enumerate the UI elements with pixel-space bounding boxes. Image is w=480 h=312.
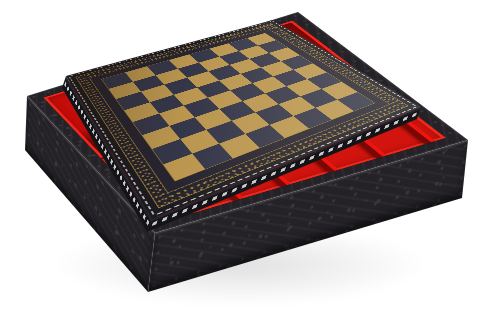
- product-photo-stage: [0, 0, 480, 312]
